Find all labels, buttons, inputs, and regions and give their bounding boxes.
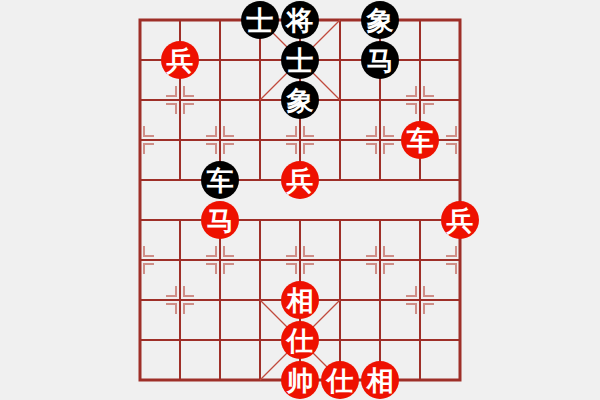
board-point[interactable]: 象 bbox=[360, 0, 400, 40]
piece-red-soldier[interactable]: 兵 bbox=[441, 201, 479, 239]
board-point[interactable] bbox=[120, 320, 160, 360]
board-point[interactable] bbox=[200, 320, 240, 360]
board-point[interactable] bbox=[440, 120, 480, 160]
board-point[interactable] bbox=[240, 80, 280, 120]
board-point[interactable] bbox=[440, 360, 480, 400]
board-point[interactable]: 马 bbox=[200, 200, 240, 240]
board-point[interactable] bbox=[320, 280, 360, 320]
board-point[interactable] bbox=[160, 80, 200, 120]
board-point[interactable] bbox=[280, 200, 320, 240]
board-point[interactable]: 兵 bbox=[440, 200, 480, 240]
board-point[interactable] bbox=[160, 360, 200, 400]
board-point[interactable] bbox=[120, 200, 160, 240]
piece-black-chariot[interactable]: 车 bbox=[201, 161, 239, 199]
piece-red-advisor[interactable]: 仕 bbox=[321, 361, 359, 399]
board-point[interactable] bbox=[440, 320, 480, 360]
board-point[interactable] bbox=[160, 320, 200, 360]
board-point[interactable] bbox=[120, 0, 160, 40]
board-point[interactable]: 相 bbox=[280, 280, 320, 320]
board-point[interactable] bbox=[320, 240, 360, 280]
board-grid: 士将象兵士马象车车兵马兵相仕帅仕相 bbox=[120, 0, 480, 400]
board-point[interactable]: 车 bbox=[400, 120, 440, 160]
board-point[interactable]: 象 bbox=[280, 80, 320, 120]
piece-black-advisor[interactable]: 士 bbox=[241, 1, 279, 39]
piece-red-elephant[interactable]: 相 bbox=[361, 361, 399, 399]
board-point[interactable] bbox=[160, 120, 200, 160]
board-point[interactable] bbox=[120, 40, 160, 80]
board-point[interactable] bbox=[120, 120, 160, 160]
board-point[interactable] bbox=[360, 160, 400, 200]
board-point[interactable] bbox=[160, 160, 200, 200]
piece-red-chariot[interactable]: 车 bbox=[401, 121, 439, 159]
board-point[interactable] bbox=[440, 280, 480, 320]
board-point[interactable] bbox=[240, 280, 280, 320]
board-point[interactable] bbox=[440, 0, 480, 40]
board-point[interactable] bbox=[400, 80, 440, 120]
board-point[interactable]: 相 bbox=[360, 360, 400, 400]
board-point[interactable] bbox=[120, 240, 160, 280]
board-point[interactable] bbox=[440, 40, 480, 80]
board-point[interactable] bbox=[320, 200, 360, 240]
piece-red-soldier[interactable]: 兵 bbox=[161, 41, 199, 79]
board-point[interactable] bbox=[200, 40, 240, 80]
board-point[interactable] bbox=[160, 280, 200, 320]
board-point[interactable] bbox=[200, 280, 240, 320]
piece-black-general[interactable]: 将 bbox=[281, 1, 319, 39]
board-point[interactable] bbox=[440, 80, 480, 120]
board-point[interactable] bbox=[240, 120, 280, 160]
board-point[interactable] bbox=[320, 0, 360, 40]
board-point[interactable] bbox=[320, 320, 360, 360]
board-point[interactable]: 士 bbox=[280, 40, 320, 80]
board-point[interactable] bbox=[120, 280, 160, 320]
board-point[interactable] bbox=[400, 360, 440, 400]
board-point[interactable] bbox=[200, 0, 240, 40]
board-point[interactable] bbox=[240, 160, 280, 200]
board-point[interactable] bbox=[240, 40, 280, 80]
board-point[interactable] bbox=[360, 280, 400, 320]
board-point[interactable] bbox=[200, 80, 240, 120]
board-point[interactable] bbox=[120, 80, 160, 120]
board-point[interactable] bbox=[160, 200, 200, 240]
piece-red-general[interactable]: 帅 bbox=[281, 361, 319, 399]
board-point[interactable] bbox=[280, 120, 320, 160]
board-point[interactable] bbox=[360, 240, 400, 280]
board-point[interactable] bbox=[320, 120, 360, 160]
piece-red-elephant[interactable]: 相 bbox=[281, 281, 319, 319]
board-point[interactable] bbox=[240, 200, 280, 240]
board-point[interactable] bbox=[440, 240, 480, 280]
board-point[interactable]: 将 bbox=[280, 0, 320, 40]
board-point[interactable] bbox=[360, 200, 400, 240]
board-point[interactable] bbox=[360, 80, 400, 120]
piece-black-elephant[interactable]: 象 bbox=[281, 81, 319, 119]
board-point[interactable]: 车 bbox=[200, 160, 240, 200]
board-point[interactable] bbox=[200, 360, 240, 400]
piece-red-soldier[interactable]: 兵 bbox=[281, 161, 319, 199]
board-point[interactable]: 士 bbox=[240, 0, 280, 40]
board-point[interactable] bbox=[400, 160, 440, 200]
board-point[interactable]: 马 bbox=[360, 40, 400, 80]
board-point[interactable] bbox=[320, 40, 360, 80]
board-point[interactable] bbox=[400, 200, 440, 240]
piece-red-advisor[interactable]: 仕 bbox=[281, 321, 319, 359]
board-point[interactable] bbox=[120, 360, 160, 400]
piece-red-horse[interactable]: 马 bbox=[201, 201, 239, 239]
board-point[interactable]: 仕 bbox=[320, 360, 360, 400]
board-point[interactable] bbox=[280, 240, 320, 280]
board-point[interactable] bbox=[240, 240, 280, 280]
board-point[interactable] bbox=[120, 160, 160, 200]
board-point[interactable] bbox=[200, 120, 240, 160]
piece-black-advisor[interactable]: 士 bbox=[281, 41, 319, 79]
board-point[interactable] bbox=[360, 320, 400, 360]
xiangqi-board: 士将象兵士马象车车兵马兵相仕帅仕相 bbox=[0, 0, 600, 400]
board-point[interactable] bbox=[440, 160, 480, 200]
board-point[interactable] bbox=[160, 240, 200, 280]
board-point[interactable] bbox=[400, 240, 440, 280]
board-point[interactable]: 兵 bbox=[160, 40, 200, 80]
board-point[interactable]: 帅 bbox=[280, 360, 320, 400]
board-point[interactable] bbox=[240, 360, 280, 400]
board-point[interactable] bbox=[400, 280, 440, 320]
board-point[interactable] bbox=[240, 320, 280, 360]
board-point[interactable] bbox=[400, 40, 440, 80]
piece-black-horse[interactable]: 马 bbox=[361, 41, 399, 79]
board-point[interactable] bbox=[160, 0, 200, 40]
board-point[interactable] bbox=[360, 120, 400, 160]
board-point[interactable] bbox=[400, 320, 440, 360]
board-point[interactable] bbox=[320, 160, 360, 200]
board-point[interactable] bbox=[320, 80, 360, 120]
board-point[interactable]: 兵 bbox=[280, 160, 320, 200]
board-point[interactable]: 仕 bbox=[280, 320, 320, 360]
board-point[interactable] bbox=[400, 0, 440, 40]
board-point[interactable] bbox=[200, 240, 240, 280]
piece-black-elephant[interactable]: 象 bbox=[361, 1, 399, 39]
